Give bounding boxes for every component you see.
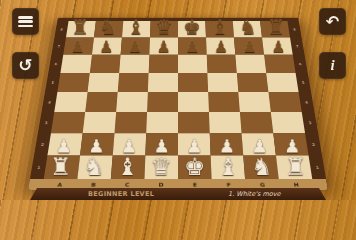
square-e3[interactable] (178, 112, 210, 133)
square-d6[interactable] (149, 55, 178, 73)
piece-black-pawn[interactable]: ♟ (128, 39, 142, 55)
piece-black-knight[interactable]: ♞ (239, 18, 257, 38)
square-a7[interactable]: ♟ (63, 37, 94, 54)
undo-button[interactable]: ↶ (319, 8, 346, 35)
square-b7[interactable]: ♟ (92, 37, 122, 54)
square-e8[interactable]: ♚ (178, 21, 206, 37)
square-g4[interactable] (238, 92, 271, 112)
square-f4[interactable] (208, 92, 240, 112)
square-g7[interactable]: ♟ (234, 37, 264, 54)
rank-label-right-2: 2 (305, 133, 322, 155)
square-b8[interactable]: ♞ (94, 21, 123, 37)
square-b6[interactable] (90, 55, 121, 73)
piece-white-pawn[interactable]: ♟ (251, 137, 267, 155)
square-e1[interactable]: ♚ (178, 155, 212, 179)
status-bar: BEGINNER LEVEL 1. White's move (30, 188, 326, 200)
square-b3[interactable] (83, 112, 116, 133)
square-a2[interactable]: ♟ (47, 133, 82, 155)
square-a4[interactable] (54, 92, 87, 112)
rank-label-right-5: 5 (296, 73, 311, 92)
piece-white-pawn[interactable]: ♟ (88, 137, 104, 155)
square-c6[interactable] (119, 55, 149, 73)
hamburger-icon (18, 16, 33, 27)
piece-white-pawn[interactable]: ♟ (153, 137, 169, 155)
board-frame: ♜♞♝♛♚♝♞♜♟♟♟♟♟♟♟♟♟♟♟♟♟♟♟♟♜♞♝♛♚♝♞♜ 8765432… (28, 18, 328, 190)
square-b2[interactable]: ♟ (80, 133, 114, 155)
square-f7[interactable]: ♟ (206, 37, 235, 54)
rank-label-right-3: 3 (302, 112, 318, 133)
piece-white-knight[interactable]: ♞ (251, 155, 272, 179)
square-f8[interactable]: ♝ (205, 21, 234, 37)
square-b4[interactable] (85, 92, 118, 112)
square-c7[interactable]: ♟ (121, 37, 150, 54)
square-f3[interactable] (209, 112, 242, 133)
square-f6[interactable] (207, 55, 237, 73)
square-f1[interactable]: ♝ (211, 155, 245, 179)
piece-black-pawn[interactable]: ♟ (243, 39, 257, 55)
rank-label-right-1: 1 (309, 155, 327, 179)
square-h8[interactable]: ♜ (260, 21, 290, 37)
square-a8[interactable]: ♜ (66, 21, 96, 37)
piece-black-knight[interactable]: ♞ (99, 18, 117, 38)
square-d1[interactable]: ♛ (144, 155, 178, 179)
piece-white-bishop[interactable]: ♝ (117, 155, 138, 179)
square-c2[interactable]: ♟ (113, 133, 147, 155)
piece-black-pawn[interactable]: ♟ (271, 39, 285, 55)
piece-white-pawn[interactable]: ♟ (56, 137, 72, 155)
square-g5[interactable] (237, 73, 269, 92)
square-c8[interactable]: ♝ (122, 21, 151, 37)
square-h1[interactable]: ♜ (276, 155, 312, 179)
square-g6[interactable] (235, 55, 266, 73)
square-h5[interactable] (266, 73, 298, 92)
square-e2[interactable]: ♟ (178, 133, 211, 155)
info-icon: i (330, 58, 334, 73)
square-g8[interactable]: ♞ (233, 21, 262, 37)
move-indicator: 1. White's move (228, 188, 281, 200)
square-d4[interactable] (147, 92, 178, 112)
piece-black-bishop[interactable]: ♝ (127, 18, 145, 38)
square-a1[interactable]: ♜ (44, 155, 80, 179)
board-squares: ♜♞♝♛♚♝♞♜♟♟♟♟♟♟♟♟♟♟♟♟♟♟♟♟♜♞♝♛♚♝♞♜ (44, 21, 313, 179)
square-e7[interactable]: ♟ (178, 37, 207, 54)
rank-label-right-8: 8 (287, 21, 301, 37)
square-e6[interactable] (178, 55, 207, 73)
piece-white-pawn[interactable]: ♟ (186, 137, 202, 155)
piece-black-pawn[interactable]: ♟ (99, 39, 113, 55)
piece-black-rook[interactable]: ♜ (267, 18, 285, 38)
rotate-board-button[interactable]: ↺ (12, 52, 39, 79)
piece-black-queen[interactable]: ♛ (155, 18, 173, 38)
square-f5[interactable] (207, 73, 238, 92)
square-g2[interactable]: ♟ (242, 133, 276, 155)
piece-black-rook[interactable]: ♜ (71, 18, 89, 38)
square-d8[interactable]: ♛ (150, 21, 178, 37)
square-c4[interactable] (116, 92, 148, 112)
level-label: BEGINNER LEVEL (88, 188, 154, 200)
square-f2[interactable]: ♟ (210, 133, 244, 155)
piece-white-pawn[interactable]: ♟ (284, 137, 300, 155)
square-b1[interactable]: ♞ (77, 155, 112, 179)
square-c1[interactable]: ♝ (111, 155, 145, 179)
chess-board-scene: ♜♞♝♛♚♝♞♜♟♟♟♟♟♟♟♟♟♟♟♟♟♟♟♟♜♞♝♛♚♝♞♜ 8765432… (28, 18, 328, 190)
square-h2[interactable]: ♟ (273, 133, 308, 155)
square-e5[interactable] (178, 73, 208, 92)
piece-black-king[interactable]: ♚ (183, 18, 201, 38)
piece-black-bishop[interactable]: ♝ (211, 18, 229, 38)
square-d7[interactable]: ♟ (149, 37, 178, 54)
menu-button[interactable] (12, 8, 39, 35)
piece-white-bishop[interactable]: ♝ (218, 155, 239, 179)
piece-black-pawn[interactable]: ♟ (214, 39, 228, 55)
info-button[interactable]: i (319, 52, 346, 79)
square-h3[interactable] (271, 112, 305, 133)
square-d3[interactable] (146, 112, 178, 133)
square-g3[interactable] (240, 112, 273, 133)
square-g1[interactable]: ♞ (243, 155, 278, 179)
piece-white-king[interactable]: ♚ (184, 155, 205, 179)
square-c3[interactable] (114, 112, 147, 133)
piece-black-pawn[interactable]: ♟ (156, 39, 170, 55)
piece-black-pawn[interactable]: ♟ (70, 39, 84, 55)
square-a5[interactable] (57, 73, 89, 92)
square-b5[interactable] (88, 73, 120, 92)
piece-white-knight[interactable]: ♞ (83, 155, 104, 179)
piece-white-pawn[interactable]: ♟ (121, 137, 137, 155)
square-e4[interactable] (178, 92, 209, 112)
square-c5[interactable] (118, 73, 149, 92)
square-h6[interactable] (264, 55, 296, 73)
piece-black-pawn[interactable]: ♟ (185, 39, 199, 55)
chess-app: ♜♞♝♛♚♝♞♜♟♟♟♟♟♟♟♟♟♟♟♟♟♟♟♟♜♞♝♛♚♝♞♜ 8765432… (0, 0, 356, 200)
piece-white-rook[interactable]: ♜ (285, 155, 306, 179)
square-a3[interactable] (51, 112, 85, 133)
rank-label-right-6: 6 (293, 55, 308, 73)
square-h7[interactable]: ♟ (262, 37, 293, 54)
square-h4[interactable] (268, 92, 301, 112)
piece-white-queen[interactable]: ♛ (151, 155, 172, 179)
square-a6[interactable] (60, 55, 92, 73)
square-d5[interactable] (148, 73, 178, 92)
piece-white-rook[interactable]: ♜ (50, 155, 71, 179)
piece-white-pawn[interactable]: ♟ (219, 137, 235, 155)
rotate-board-icon: ↺ (18, 57, 32, 74)
undo-icon: ↶ (326, 14, 339, 30)
rank-label-right-7: 7 (290, 37, 305, 54)
square-d2[interactable]: ♟ (145, 133, 178, 155)
